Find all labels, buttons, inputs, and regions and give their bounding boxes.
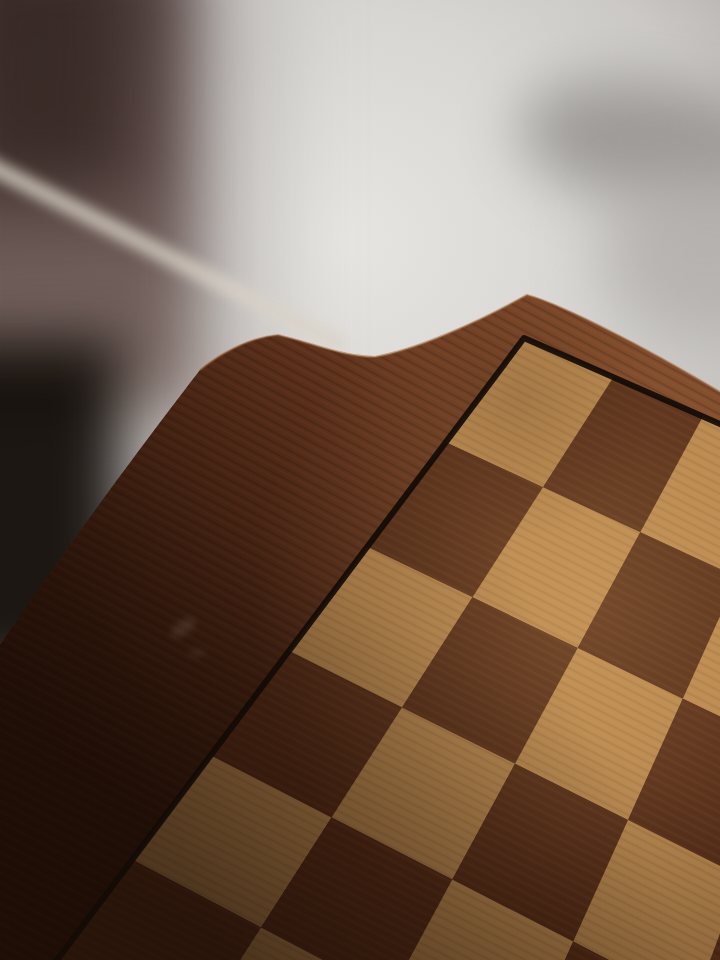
- board-square-r1c3: [683, 577, 720, 749]
- board-inlay-line: [54, 338, 720, 960]
- chessboard: [0, 0, 720, 960]
- floor-shadow: [0, 340, 120, 680]
- wall-corner-blur: [0, 0, 195, 410]
- board-square-r3c0: [211, 651, 402, 817]
- background-left-shade: [0, 0, 270, 960]
- board-square-r2c0: [289, 547, 473, 708]
- blurred-gray-object: [512, 64, 720, 225]
- board-square-r4c3: [518, 942, 694, 960]
- blurred-gray-object-2: [600, 170, 720, 340]
- board-square-r2c1: [402, 597, 578, 764]
- board-square-r1c1: [473, 487, 641, 648]
- photo-vignette: [0, 0, 720, 960]
- board-square-r3c3: [573, 820, 720, 960]
- board-square-r1c2: [578, 532, 720, 698]
- board-square-r4c1: [261, 817, 452, 960]
- board-square-r0c0: [446, 338, 614, 487]
- wall-corner-dark-blur: [0, 0, 130, 190]
- board-square-r3c2: [452, 764, 628, 942]
- board-edge-highlight: [200, 295, 720, 392]
- board-frame: [0, 295, 720, 960]
- frame-scuff-marks: [168, 614, 205, 657]
- board-square-r2c2: [515, 648, 683, 820]
- board-square-r0c1: [543, 377, 703, 532]
- board-square-r4c2: [390, 880, 574, 960]
- field-grain: [54, 338, 720, 960]
- photo-root: [0, 0, 720, 960]
- background-wall: [0, 0, 720, 960]
- baseboard-streak: [0, 149, 348, 353]
- board-square-r5c0: [54, 860, 261, 960]
- board-square-r5c1: [191, 928, 390, 960]
- board-square-r0c2: [640, 417, 720, 578]
- board-square-r1c0: [367, 442, 543, 597]
- board-square-r4c0: [132, 755, 331, 927]
- board-square-r3c1: [332, 707, 516, 879]
- frame-grain: [0, 295, 720, 960]
- board-square-r2c3: [628, 699, 720, 877]
- board-lighting: [0, 0, 720, 960]
